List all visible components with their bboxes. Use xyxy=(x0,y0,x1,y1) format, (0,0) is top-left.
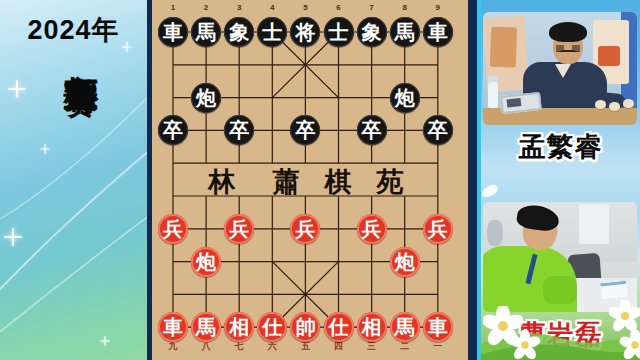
file-label-top: 7 xyxy=(369,3,373,12)
player-photo-top xyxy=(483,12,637,125)
player-top-hair xyxy=(549,22,587,42)
flower-icon xyxy=(479,180,501,202)
xiangqi-piece-red[interactable]: 仕 xyxy=(324,312,354,342)
event-title-vertical: 宝宝杯大师邀请赛 xyxy=(63,47,98,55)
xiangqi-piece-red[interactable]: 炮 xyxy=(191,247,221,277)
xiangqi-piece-red[interactable]: 兵 xyxy=(357,214,387,244)
file-label-top: 9 xyxy=(436,3,440,12)
xiangqi-piece-red[interactable]: 炮 xyxy=(390,247,420,277)
river-text: 棋 xyxy=(325,164,352,200)
xiangqi-piece-red[interactable]: 馬 xyxy=(390,312,420,342)
sparkle-icon xyxy=(100,336,110,346)
xiangqi-piece-red[interactable]: 兵 xyxy=(290,214,320,244)
video-frame: 2024年 宝宝杯大师邀请赛 123456789九八七六五四三二一林蕭棋苑車馬象… xyxy=(0,0,640,360)
river-text: 蕭 xyxy=(273,164,300,200)
xiangqi-board[interactable]: 123456789九八七六五四三二一林蕭棋苑車馬象士将士象馬車炮炮卒卒卒卒卒兵兵… xyxy=(152,0,468,360)
xiangqi-piece-red[interactable]: 車 xyxy=(423,312,453,342)
xiangqi-piece-on-table xyxy=(623,99,634,108)
players-panel: 孟繁睿 曹岩磊 xyxy=(481,0,640,360)
xiangqi-piece-black[interactable]: 炮 xyxy=(191,83,221,113)
xiangqi-piece-red[interactable]: 兵 xyxy=(423,214,453,244)
file-label-top: 1 xyxy=(171,3,175,12)
sparkle-icon xyxy=(40,144,50,154)
xiangqi-piece-on-table xyxy=(609,102,620,111)
flower-icon xyxy=(609,300,640,332)
file-label-top: 5 xyxy=(303,3,307,12)
background-person xyxy=(487,220,503,246)
file-label-top: 8 xyxy=(402,3,406,12)
xiangqi-piece-black[interactable]: 象 xyxy=(357,17,387,47)
xiangqi-piece-black[interactable]: 士 xyxy=(324,17,354,47)
sparkle-icon xyxy=(8,80,26,98)
glasses xyxy=(556,45,580,52)
river-text: 林 xyxy=(209,164,236,200)
flower-icon xyxy=(501,330,549,360)
file-label-top: 6 xyxy=(336,3,340,12)
panel-divider-right xyxy=(468,0,477,360)
player-name-top: 孟繁睿 xyxy=(481,129,640,165)
xiangqi-piece-red[interactable]: 兵 xyxy=(158,214,188,244)
event-year: 2024年 xyxy=(0,12,147,48)
water-bottle xyxy=(488,76,498,108)
file-label-top: 3 xyxy=(237,3,241,12)
xiangqi-piece-red[interactable]: 車 xyxy=(158,312,188,342)
xiangqi-piece-black[interactable]: 象 xyxy=(224,17,254,47)
tournament-title-panel: 2024年 宝宝杯大师邀请赛 xyxy=(0,0,147,360)
xiangqi-piece-black[interactable]: 卒 xyxy=(357,115,387,145)
backdrop-panel xyxy=(579,204,609,244)
xiangqi-piece-black[interactable]: 車 xyxy=(158,17,188,47)
flower-icon xyxy=(617,330,640,360)
xiangqi-piece-red[interactable]: 相 xyxy=(357,312,387,342)
sparkle-icon xyxy=(4,228,22,246)
board-grid xyxy=(152,0,468,360)
xiangqi-piece-on-table xyxy=(595,100,606,109)
xiangqi-piece-black[interactable]: 馬 xyxy=(191,17,221,47)
xiangqi-piece-red[interactable]: 兵 xyxy=(224,214,254,244)
xiangqi-piece-black[interactable]: 卒 xyxy=(423,115,453,145)
file-label-top: 4 xyxy=(270,3,274,12)
file-label-top: 2 xyxy=(204,3,208,12)
xiangqi-piece-black[interactable]: 馬 xyxy=(390,17,420,47)
river-text: 苑 xyxy=(377,164,404,200)
xiangqi-piece-black[interactable]: 炮 xyxy=(390,83,420,113)
xiangqi-piece-black[interactable]: 車 xyxy=(423,17,453,47)
